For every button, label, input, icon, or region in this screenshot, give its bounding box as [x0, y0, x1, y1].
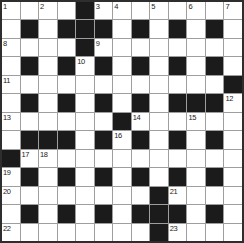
cell-r0c8[interactable]: 5 [150, 2, 168, 19]
black-cell-r7c5 [95, 131, 113, 148]
black-cell-r3c11 [206, 57, 224, 74]
black-cell-r9c11 [206, 168, 224, 185]
cell-r6c7[interactable]: 14 [132, 113, 150, 130]
black-cell-r5c11 [206, 94, 224, 111]
cell-r10c10[interactable] [187, 187, 205, 204]
black-cell-r5c3 [58, 94, 76, 111]
cell-r2c5[interactable]: 9 [95, 39, 113, 56]
cell-r7c10[interactable] [187, 131, 205, 148]
cell-r3c2[interactable] [39, 57, 57, 74]
cell-r0c9[interactable] [169, 2, 187, 19]
cell-r0c3[interactable] [58, 2, 76, 19]
clue-number: 23 [170, 224, 178, 233]
black-cell-r1c11 [206, 20, 224, 37]
cell-r0c7[interactable] [132, 2, 150, 19]
cell-r5c8[interactable] [150, 94, 168, 111]
black-cell-r7c11 [206, 131, 224, 148]
clue-number: 8 [3, 39, 7, 48]
cell-r9c0[interactable]: 19 [2, 168, 20, 185]
black-cell-r11c3 [58, 205, 76, 222]
cell-r9c2[interactable] [39, 168, 57, 185]
cell-r10c7[interactable] [132, 187, 150, 204]
cell-r9c12[interactable] [224, 168, 242, 185]
cell-r2c6[interactable] [113, 39, 131, 56]
cell-r4c6[interactable] [113, 76, 131, 93]
clue-number: 2 [40, 2, 44, 11]
clue-number: 10 [77, 57, 85, 66]
cell-r10c1[interactable] [21, 187, 39, 204]
cell-r10c12[interactable] [224, 187, 242, 204]
cell-r3c4[interactable]: 10 [76, 57, 94, 74]
cell-r12c7[interactable] [132, 224, 150, 241]
black-cell-r9c7 [132, 168, 150, 185]
cell-r2c0[interactable]: 8 [2, 39, 20, 56]
cell-r4c3[interactable] [58, 76, 76, 93]
cell-r6c5[interactable] [95, 113, 113, 130]
cell-r11c2[interactable] [39, 205, 57, 222]
black-cell-r11c11 [206, 205, 224, 222]
cell-r8c2[interactable]: 18 [39, 150, 57, 167]
clue-number: 7 [225, 2, 229, 11]
black-cell-r6c6 [113, 113, 131, 130]
black-cell-r3c1 [21, 57, 39, 74]
cell-r12c9[interactable]: 23 [169, 224, 187, 241]
cell-r1c6[interactable] [113, 20, 131, 37]
cell-r7c4[interactable] [76, 131, 94, 148]
cell-r4c8[interactable] [150, 76, 168, 93]
cell-r12c11[interactable] [206, 224, 224, 241]
cell-r4c11[interactable] [206, 76, 224, 93]
clue-number: 4 [114, 2, 118, 11]
cell-r5c12[interactable]: 12 [224, 94, 242, 111]
black-cell-r1c9 [169, 20, 187, 37]
cell-r4c4[interactable] [76, 76, 94, 93]
cell-r10c6[interactable] [113, 187, 131, 204]
cell-r10c5[interactable] [95, 187, 113, 204]
black-cell-r5c9 [169, 94, 187, 111]
clue-number: 6 [188, 2, 192, 11]
cell-r1c12[interactable] [224, 20, 242, 37]
cell-r6c10[interactable]: 15 [187, 113, 205, 130]
cell-r1c0[interactable] [2, 20, 20, 37]
cell-r2c10[interactable] [187, 39, 205, 56]
clue-number: 18 [40, 150, 48, 159]
clue-number: 19 [3, 168, 11, 177]
cell-r7c6[interactable]: 16 [113, 131, 131, 148]
cell-r1c8[interactable] [150, 20, 168, 37]
cell-r7c0[interactable] [2, 131, 20, 148]
cell-r4c9[interactable] [169, 76, 187, 93]
cell-r6c12[interactable] [224, 113, 242, 130]
cell-r8c4[interactable] [76, 150, 94, 167]
cell-r8c7[interactable] [132, 150, 150, 167]
cell-r6c1[interactable] [21, 113, 39, 130]
black-cell-r3c9 [169, 57, 187, 74]
black-cell-r3c5 [95, 57, 113, 74]
cell-r4c7[interactable] [132, 76, 150, 93]
cell-r2c12[interactable] [224, 39, 242, 56]
cell-r1c10[interactable] [187, 20, 205, 37]
crossword-board: 1234567891011121314151617181920212223 [0, 0, 244, 243]
cell-r0c2[interactable]: 2 [39, 2, 57, 19]
black-cell-r11c1 [21, 205, 39, 222]
black-cell-r9c5 [95, 168, 113, 185]
cell-r4c0[interactable]: 11 [2, 76, 20, 93]
clue-number: 12 [225, 94, 233, 103]
black-cell-r9c3 [58, 168, 76, 185]
cell-r9c8[interactable] [150, 168, 168, 185]
cell-r11c0[interactable] [2, 205, 20, 222]
clue-number: 3 [96, 2, 100, 11]
clue-number: 13 [3, 113, 11, 122]
cell-r11c12[interactable] [224, 205, 242, 222]
cell-r5c2[interactable] [39, 94, 57, 111]
cell-r8c5[interactable] [95, 150, 113, 167]
clue-number: 14 [133, 113, 141, 122]
cell-r4c1[interactable] [21, 76, 39, 93]
cell-r8c8[interactable] [150, 150, 168, 167]
clue-number: 1 [3, 2, 7, 11]
black-cell-r5c5 [95, 94, 113, 111]
black-cell-r1c1 [21, 20, 39, 37]
cell-r10c3[interactable] [58, 187, 76, 204]
black-cell-r2c4 [76, 39, 94, 56]
cell-r12c4[interactable] [76, 224, 94, 241]
cell-r9c4[interactable] [76, 168, 94, 185]
black-cell-r7c2 [39, 131, 57, 148]
black-cell-r7c9 [169, 131, 187, 148]
black-cell-r1c3 [58, 20, 76, 37]
cell-r3c12[interactable] [224, 57, 242, 74]
black-cell-r9c9 [169, 168, 187, 185]
cell-r2c2[interactable] [39, 39, 57, 56]
cell-r10c11[interactable] [206, 187, 224, 204]
black-cell-r5c1 [21, 94, 39, 111]
clue-number: 20 [3, 187, 11, 196]
cell-r3c6[interactable] [113, 57, 131, 74]
clue-number: 11 [3, 76, 10, 85]
cell-r2c7[interactable] [132, 39, 150, 56]
cell-r10c0[interactable]: 20 [2, 187, 20, 204]
black-cell-r10c8 [150, 187, 168, 204]
clue-number: 17 [22, 150, 30, 159]
cell-r10c9[interactable]: 21 [169, 187, 187, 204]
cell-r11c6[interactable] [113, 205, 131, 222]
cell-r8c1[interactable]: 17 [21, 150, 39, 167]
cell-r12c5[interactable] [95, 224, 113, 241]
cell-r6c8[interactable] [150, 113, 168, 130]
cell-r5c6[interactable] [113, 94, 131, 111]
clue-number: 21 [170, 187, 178, 196]
black-cell-r1c7 [132, 20, 150, 37]
black-cell-r3c7 [132, 57, 150, 74]
black-cell-r7c7 [132, 131, 150, 148]
cell-r4c10[interactable] [187, 76, 205, 93]
cell-r0c10[interactable]: 6 [187, 2, 205, 19]
cell-r12c12[interactable] [224, 224, 242, 241]
black-cell-r1c5 [95, 20, 113, 37]
black-cell-r11c5 [95, 205, 113, 222]
cell-r8c11[interactable] [206, 150, 224, 167]
cell-r5c0[interactable] [2, 94, 20, 111]
cell-r0c5[interactable]: 3 [95, 2, 113, 19]
black-cell-r9c1 [21, 168, 39, 185]
cell-r6c4[interactable] [76, 113, 94, 130]
cell-r12c2[interactable] [39, 224, 57, 241]
crossword-grid: 1234567891011121314151617181920212223 [2, 2, 242, 241]
cell-r2c1[interactable] [21, 39, 39, 56]
clue-number: 15 [188, 113, 196, 122]
clue-number: 16 [114, 131, 122, 140]
cell-r2c3[interactable] [58, 39, 76, 56]
cell-r12c3[interactable] [58, 224, 76, 241]
clue-number: 22 [3, 224, 11, 233]
cell-r1c2[interactable] [39, 20, 57, 37]
black-cell-r7c1 [21, 131, 39, 148]
black-cell-r5c10 [187, 94, 205, 111]
clue-number: 5 [151, 2, 155, 11]
cell-r10c4[interactable] [76, 187, 94, 204]
cell-r12c10[interactable] [187, 224, 205, 241]
cell-r6c3[interactable] [58, 113, 76, 130]
cell-r10c2[interactable] [39, 187, 57, 204]
cell-r8c12[interactable] [224, 150, 242, 167]
cell-r0c6[interactable]: 4 [113, 2, 131, 19]
black-cell-r11c9 [169, 205, 187, 222]
cell-r7c12[interactable] [224, 131, 242, 148]
cell-r9c10[interactable] [187, 168, 205, 185]
cell-r0c12[interactable]: 7 [224, 2, 242, 19]
black-cell-r7c3 [58, 131, 76, 148]
cell-r2c8[interactable] [150, 39, 168, 56]
cell-r0c0[interactable]: 1 [2, 2, 20, 19]
black-cell-r8c0 [2, 150, 20, 167]
black-cell-r11c8 [150, 205, 168, 222]
black-cell-r1c4 [76, 20, 94, 37]
cell-r4c5[interactable] [95, 76, 113, 93]
black-cell-r12c8 [150, 224, 168, 241]
cell-r2c11[interactable] [206, 39, 224, 56]
cell-r8c9[interactable] [169, 150, 187, 167]
cell-r3c10[interactable] [187, 57, 205, 74]
cell-r0c1[interactable] [21, 2, 39, 19]
cell-r3c8[interactable] [150, 57, 168, 74]
cell-r2c9[interactable] [169, 39, 187, 56]
cell-r7c8[interactable] [150, 131, 168, 148]
cell-r0c11[interactable] [206, 2, 224, 19]
black-cell-r4c12 [224, 76, 242, 93]
cell-r6c9[interactable] [169, 113, 187, 130]
cell-r11c4[interactable] [76, 205, 94, 222]
cell-r4c2[interactable] [39, 76, 57, 93]
cell-r12c1[interactable] [21, 224, 39, 241]
cell-r3c0[interactable] [2, 57, 20, 74]
cell-r6c2[interactable] [39, 113, 57, 130]
black-cell-r3c3 [58, 57, 76, 74]
cell-r9c6[interactable] [113, 168, 131, 185]
black-cell-r0c4 [76, 2, 94, 19]
cell-r12c6[interactable] [113, 224, 131, 241]
black-cell-r11c7 [132, 205, 150, 222]
cell-r6c0[interactable]: 13 [2, 113, 20, 130]
black-cell-r5c7 [132, 94, 150, 111]
clue-number: 9 [96, 39, 100, 48]
cell-r8c3[interactable] [58, 150, 76, 167]
cell-r12c0[interactable]: 22 [2, 224, 20, 241]
cell-r8c10[interactable] [187, 150, 205, 167]
cell-r5c4[interactable] [76, 94, 94, 111]
cell-r6c11[interactable] [206, 113, 224, 130]
cell-r11c10[interactable] [187, 205, 205, 222]
cell-r8c6[interactable] [113, 150, 131, 167]
